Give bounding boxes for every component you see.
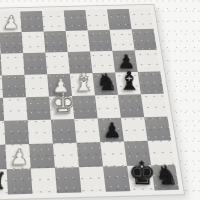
- square-h4: [141, 94, 168, 118]
- piece-black-king-g1: ♚: [127, 158, 156, 190]
- square-g3: [121, 117, 148, 141]
- board-grid: ♟♟♟♝♞♝♚♟♟♜♚♞: [0, 8, 179, 195]
- square-f7: [88, 30, 113, 52]
- square-f8: [85, 9, 109, 30]
- square-b6: [1, 53, 25, 75]
- square-c4: [26, 97, 51, 121]
- square-d3: [51, 119, 77, 143]
- square-d8: [42, 10, 66, 31]
- piece-black-knight-f5: ♞: [95, 71, 117, 94]
- square-b4: [3, 97, 28, 121]
- square-h5: [138, 71, 164, 94]
- square-c1: [31, 168, 57, 194]
- square-h1: ♞: [151, 165, 179, 191]
- square-b7: [0, 32, 23, 54]
- square-f2: [100, 141, 127, 166]
- square-h7: [132, 29, 157, 51]
- square-e2: [77, 142, 103, 167]
- square-f5: ♞: [92, 73, 117, 96]
- square-f3: ♟: [98, 118, 124, 142]
- square-h8: [129, 8, 154, 29]
- piece-black-bishop-g5: ♝: [117, 68, 141, 93]
- square-c6: [23, 53, 47, 75]
- square-c3: [28, 120, 53, 144]
- square-b8: ♟: [0, 12, 22, 33]
- piece-white-king-d4: ♚: [49, 89, 75, 118]
- square-h3: [144, 117, 171, 141]
- square-g5: ♝: [115, 72, 141, 95]
- square-e8: [64, 10, 88, 31]
- square-c5: [24, 74, 49, 97]
- square-b5: [2, 75, 26, 98]
- square-e7: [66, 30, 90, 52]
- square-d2: [53, 143, 79, 168]
- square-e3: [74, 118, 100, 142]
- square-g1: ♚: [127, 165, 155, 191]
- square-f1: [103, 166, 130, 192]
- square-c8: [20, 11, 43, 32]
- square-d6: [45, 52, 69, 74]
- square-c2: [29, 143, 55, 168]
- piece-white-pawn-b2: ♟: [9, 146, 28, 167]
- square-e1: [79, 167, 106, 193]
- square-d7: [44, 31, 68, 53]
- square-d4: ♚: [49, 96, 74, 120]
- square-b2: ♟: [5, 144, 30, 169]
- square-d1: [55, 167, 82, 193]
- piece-white-pawn-b8: ♟: [2, 13, 20, 31]
- square-g7: [110, 29, 135, 51]
- piece-black-pawn-f3: ♟: [102, 120, 121, 141]
- piece-black-rook-a1: ♜: [0, 171, 7, 194]
- square-g4: [118, 94, 144, 118]
- square-g8: [107, 9, 132, 30]
- piece-black-knight-h1: ♞: [154, 163, 178, 189]
- square-b1: [7, 169, 33, 195]
- chess-board-frame: ♟♟♟♝♞♝♚♟♟♜♚♞: [0, 5, 184, 200]
- square-f4: [95, 95, 121, 119]
- photo-background: ♟♟♟♝♞♝♚♟♟♜♚♞: [0, 0, 200, 200]
- square-a1: ♜: [0, 169, 8, 195]
- square-c7: [22, 31, 46, 53]
- square-b3: [4, 120, 29, 144]
